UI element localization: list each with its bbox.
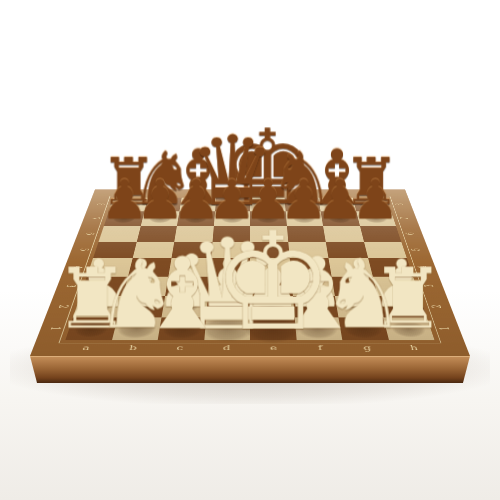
product-photo-wooden-chess-set: aabbccddeeffgghh1122334455667788♜♞♝♛♚♞♝♜… [0,0,500,500]
file-label-a-front: a [73,344,99,351]
file-label-b-front: b [120,344,145,351]
file-label-e-front: e [262,344,286,351]
rank-label-6-right: 6 [404,230,418,238]
file-label-d-front: d [215,344,239,351]
board-front-edge [30,356,470,383]
piece-white-king-e1[interactable]: ♚ [205,214,340,349]
file-label-h-front: h [401,344,427,351]
file-label-f-front: f [308,344,333,351]
file-label-c-front: c [167,344,192,351]
board-scene: aabbccddeeffgghh1122334455667788♜♞♝♛♚♞♝♜… [30,190,470,356]
chess-board: aabbccddeeffgghh1122334455667788♜♞♝♛♚♞♝♜… [30,189,470,356]
rank-label-6-left: 6 [83,230,97,238]
file-label-g-front: g [355,344,380,351]
